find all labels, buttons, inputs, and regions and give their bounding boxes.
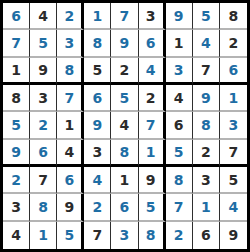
cell-r1c1[interactable]: 6: [3, 3, 30, 30]
cell-r8c7[interactable]: 7: [166, 194, 193, 221]
cell-r3c9[interactable]: 6: [220, 58, 247, 85]
cell-r4c8[interactable]: 9: [193, 85, 220, 112]
cell-r3c2[interactable]: 9: [30, 58, 57, 85]
cell-r4c4[interactable]: 6: [84, 85, 111, 112]
cell-r9c6[interactable]: 8: [139, 222, 166, 249]
cell-r8c8[interactable]: 1: [193, 194, 220, 221]
cell-r3c8[interactable]: 7: [193, 58, 220, 85]
cell-r1c7[interactable]: 9: [166, 3, 193, 30]
cell-r2c4[interactable]: 8: [84, 30, 111, 57]
cell-r5c9[interactable]: 3: [220, 112, 247, 139]
cell-r8c3[interactable]: 9: [57, 194, 84, 221]
cell-r1c3[interactable]: 2: [57, 3, 84, 30]
cell-r7c8[interactable]: 3: [193, 167, 220, 194]
cell-r4c1[interactable]: 8: [3, 85, 30, 112]
cell-r7c6[interactable]: 9: [139, 167, 166, 194]
cell-r7c2[interactable]: 7: [30, 167, 57, 194]
cell-r6c7[interactable]: 5: [166, 140, 193, 167]
cell-r3c3[interactable]: 8: [57, 58, 84, 85]
cell-r9c2[interactable]: 1: [30, 222, 57, 249]
cell-r5c5[interactable]: 4: [111, 112, 138, 139]
cell-r7c9[interactable]: 5: [220, 167, 247, 194]
cell-r4c5[interactable]: 5: [111, 85, 138, 112]
cell-r9c5[interactable]: 3: [111, 222, 138, 249]
cell-r2c3[interactable]: 3: [57, 30, 84, 57]
cell-r7c7[interactable]: 8: [166, 167, 193, 194]
cell-r1c6[interactable]: 3: [139, 3, 166, 30]
cell-r1c9[interactable]: 8: [220, 3, 247, 30]
cell-r9c9[interactable]: 9: [220, 222, 247, 249]
cell-r3c7[interactable]: 3: [166, 58, 193, 85]
cell-r7c3[interactable]: 6: [57, 167, 84, 194]
cell-r2c9[interactable]: 2: [220, 30, 247, 57]
cell-r3c1[interactable]: 1: [3, 58, 30, 85]
cell-r1c8[interactable]: 5: [193, 3, 220, 30]
cell-r6c8[interactable]: 2: [193, 140, 220, 167]
cell-r5c6[interactable]: 7: [139, 112, 166, 139]
cell-r2c2[interactable]: 5: [30, 30, 57, 57]
cell-r6c2[interactable]: 6: [30, 140, 57, 167]
cell-r3c6[interactable]: 4: [139, 58, 166, 85]
cell-r6c9[interactable]: 7: [220, 140, 247, 167]
cell-r9c8[interactable]: 6: [193, 222, 220, 249]
cell-r2c8[interactable]: 4: [193, 30, 220, 57]
cell-r5c3[interactable]: 1: [57, 112, 84, 139]
cell-r8c5[interactable]: 6: [111, 194, 138, 221]
cell-r2c6[interactable]: 6: [139, 30, 166, 57]
cell-r6c4[interactable]: 3: [84, 140, 111, 167]
cell-r2c7[interactable]: 1: [166, 30, 193, 57]
cell-r8c4[interactable]: 2: [84, 194, 111, 221]
cell-r4c9[interactable]: 1: [220, 85, 247, 112]
cell-r2c1[interactable]: 7: [3, 30, 30, 57]
cell-r7c1[interactable]: 2: [3, 167, 30, 194]
cell-r1c4[interactable]: 1: [84, 3, 111, 30]
cell-r5c1[interactable]: 5: [3, 112, 30, 139]
cell-r8c6[interactable]: 5: [139, 194, 166, 221]
cell-r1c2[interactable]: 4: [30, 3, 57, 30]
cell-r1c5[interactable]: 7: [111, 3, 138, 30]
cell-r4c3[interactable]: 7: [57, 85, 84, 112]
cell-r8c2[interactable]: 8: [30, 194, 57, 221]
cell-r2c5[interactable]: 9: [111, 30, 138, 57]
cell-r6c1[interactable]: 9: [3, 140, 30, 167]
cell-r6c6[interactable]: 1: [139, 140, 166, 167]
cell-r3c4[interactable]: 5: [84, 58, 111, 85]
cell-r3c5[interactable]: 2: [111, 58, 138, 85]
cell-r7c4[interactable]: 4: [84, 167, 111, 194]
cell-r4c7[interactable]: 4: [166, 85, 193, 112]
cell-r8c1[interactable]: 3: [3, 194, 30, 221]
cell-r4c2[interactable]: 3: [30, 85, 57, 112]
cell-r9c4[interactable]: 7: [84, 222, 111, 249]
cell-r5c4[interactable]: 9: [84, 112, 111, 139]
cell-r8c9[interactable]: 4: [220, 194, 247, 221]
cell-r4c6[interactable]: 2: [139, 85, 166, 112]
cell-r6c5[interactable]: 8: [111, 140, 138, 167]
sudoku-board: 6421739587538961421985243768376524915219…: [0, 0, 250, 252]
cell-r9c7[interactable]: 2: [166, 222, 193, 249]
cell-r5c8[interactable]: 8: [193, 112, 220, 139]
cell-r7c5[interactable]: 1: [111, 167, 138, 194]
cell-r9c1[interactable]: 4: [3, 222, 30, 249]
cell-r6c3[interactable]: 4: [57, 140, 84, 167]
cell-r9c3[interactable]: 5: [57, 222, 84, 249]
cell-r5c2[interactable]: 2: [30, 112, 57, 139]
cell-r5c7[interactable]: 6: [166, 112, 193, 139]
